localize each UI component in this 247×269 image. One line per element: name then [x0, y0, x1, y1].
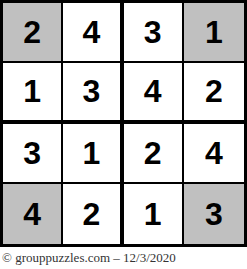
cell-r1c1: 2 — [3, 3, 63, 63]
cell-r1c2: 4 — [63, 3, 123, 63]
cell-r4c4: 3 — [184, 184, 244, 244]
cell-r4c3: 1 — [124, 184, 184, 244]
cell-r2c4: 2 — [184, 63, 244, 123]
cell-r1c3: 3 — [124, 3, 184, 63]
sudoku-board: 2 4 3 1 1 3 4 2 3 1 2 4 4 2 1 3 — [0, 0, 247, 247]
cell-r1c4: 1 — [184, 3, 244, 63]
cell-r4c1: 4 — [3, 184, 63, 244]
cell-r2c2: 3 — [63, 63, 123, 123]
cell-r3c2: 1 — [63, 124, 123, 184]
cell-r3c1: 3 — [3, 124, 63, 184]
puzzle-page: 2 4 3 1 1 3 4 2 3 1 2 4 4 2 1 3 © groupp… — [0, 0, 247, 269]
cell-r2c1: 1 — [3, 63, 63, 123]
cell-r3c3: 2 — [124, 124, 184, 184]
cell-r3c4: 4 — [184, 124, 244, 184]
copyright-date-text: © grouppuzzles.com – 12/3/2020 — [0, 247, 247, 269]
cell-r2c3: 4 — [124, 63, 184, 123]
cell-r4c2: 2 — [63, 184, 123, 244]
